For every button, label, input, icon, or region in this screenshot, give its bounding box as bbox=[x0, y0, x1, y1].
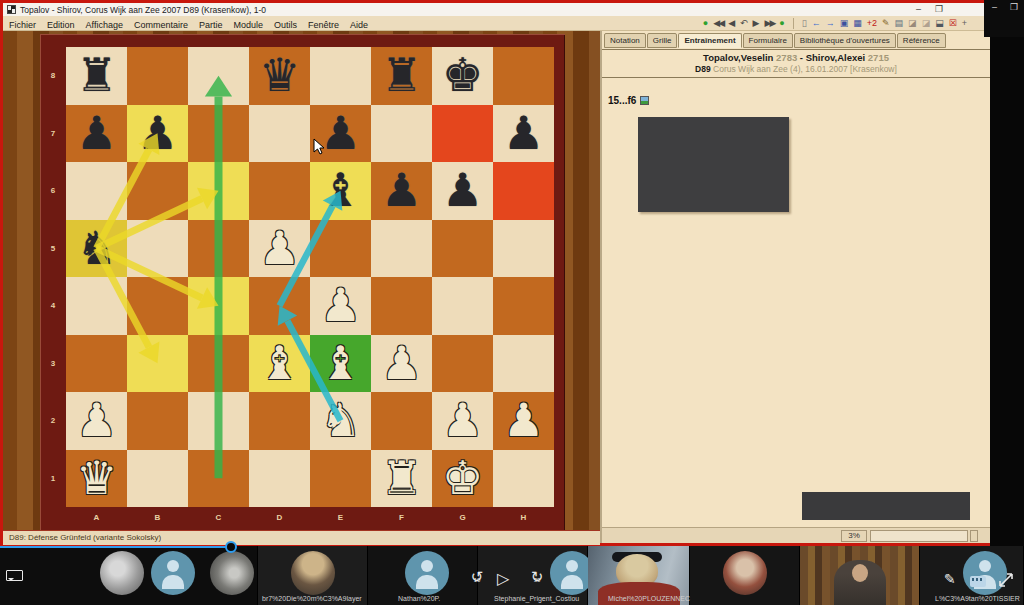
plus-icon[interactable]: + bbox=[962, 18, 967, 29]
square-c2[interactable] bbox=[188, 392, 249, 450]
white-pawn-f3: ♟ bbox=[371, 335, 432, 393]
black-rook-f8: ♜ bbox=[371, 47, 432, 105]
media-annotation-icon[interactable] bbox=[640, 96, 649, 105]
menu-affichage[interactable]: Affichage bbox=[86, 20, 123, 30]
player-restore-button[interactable]: ❐ bbox=[1010, 2, 1018, 12]
chess-board[interactable]: ♜♛♜♚♟♟♟♟♝♟♟♞♟♟♝♝♟♟♞♟♟♛♜♚ bbox=[66, 47, 554, 507]
timeline-handle[interactable] bbox=[225, 541, 237, 553]
video-player-app: Topalov - Shirov, Corus Wijk aan Zee 200… bbox=[0, 0, 1024, 605]
minimize-button[interactable]: – bbox=[916, 4, 921, 15]
panel-status-bar: 3% bbox=[602, 527, 992, 543]
rank-label-8: 8 bbox=[40, 47, 66, 105]
game-header: Topalov,Veselin 2783 - Shirov,Alexei 271… bbox=[602, 49, 990, 78]
white-pawn-d5: ♟ bbox=[249, 220, 310, 278]
square-e3[interactable]: ♝ bbox=[310, 335, 371, 393]
black-bishop-e6: ♝ bbox=[310, 162, 371, 220]
black-pawn-g6: ♟ bbox=[432, 162, 493, 220]
black-knight-a5: ♞ bbox=[66, 220, 127, 278]
black-king-g8: ♚ bbox=[432, 47, 493, 105]
square-h5[interactable] bbox=[493, 220, 554, 278]
rank-label-4: 4 bbox=[40, 277, 66, 335]
black-queen-d8: ♛ bbox=[249, 47, 310, 105]
board-panel: 87654321 ABCDEFGH ♜♛♜♚♟♟♟♟♝♟♟♞♟♟♝♝♟♟♞♟♟♛… bbox=[3, 31, 600, 531]
square-c7[interactable] bbox=[188, 105, 249, 163]
square-a1[interactable]: ♛ bbox=[66, 450, 127, 508]
black-pawn-h7: ♟ bbox=[493, 105, 554, 163]
file-label-h: H bbox=[493, 508, 554, 528]
notation-panel: NotationGrilleEntraînementFormulaireBibl… bbox=[600, 31, 990, 543]
rank-label-5: 5 bbox=[40, 220, 66, 278]
square-d1[interactable] bbox=[249, 450, 310, 508]
square-h7[interactable]: ♟ bbox=[493, 105, 554, 163]
white-king-g1: ♚ bbox=[432, 450, 493, 508]
square-h1[interactable] bbox=[493, 450, 554, 508]
square-a3[interactable] bbox=[66, 335, 127, 393]
progress-track bbox=[870, 530, 968, 542]
player-minimize-button[interactable]: – bbox=[992, 2, 997, 12]
square-a4[interactable] bbox=[66, 277, 127, 335]
letterbox-right bbox=[990, 0, 1024, 546]
participant-name: L%C3%A9tan%20TISSIER bbox=[935, 595, 1020, 602]
white-queen-a1: ♛ bbox=[66, 450, 127, 508]
delete-icon[interactable]: ☒ bbox=[949, 18, 957, 29]
menu-bar: FichierEditionAffichageCommentairePartie… bbox=[3, 16, 987, 31]
participant-name: Nathan%20P. bbox=[398, 595, 440, 602]
file-label-b: B bbox=[127, 508, 188, 528]
square-d3[interactable]: ♝ bbox=[249, 335, 310, 393]
square-e1[interactable] bbox=[310, 450, 371, 508]
black-elo: 2715 bbox=[868, 52, 889, 63]
square-a8[interactable]: ♜ bbox=[66, 47, 127, 105]
next-move-icon[interactable]: ▶ bbox=[753, 18, 760, 29]
white-knight-e2: ♞ bbox=[310, 392, 371, 450]
mouse-cursor bbox=[313, 138, 326, 156]
square-e5[interactable] bbox=[310, 220, 371, 278]
participant-tile[interactable]: Nathan%20P. bbox=[368, 546, 478, 605]
square-f4[interactable] bbox=[371, 277, 432, 335]
rank-label-3: 3 bbox=[40, 335, 66, 393]
white-pawn-h2: ♟ bbox=[493, 392, 554, 450]
black-pawn-f6: ♟ bbox=[371, 162, 432, 220]
participant-tile[interactable]: Michel%20PLOUZENNEC bbox=[690, 546, 800, 605]
file-label-g: G bbox=[432, 508, 493, 528]
square-d4[interactable] bbox=[249, 277, 310, 335]
square-a2[interactable]: ♟ bbox=[66, 392, 127, 450]
square-e4[interactable]: ♟ bbox=[310, 277, 371, 335]
white-player: Topalov,Veselin bbox=[703, 52, 773, 63]
square-c3[interactable] bbox=[188, 335, 249, 393]
square-e6[interactable]: ♝ bbox=[310, 162, 371, 220]
forward-arrow-icon[interactable]: → bbox=[826, 18, 835, 29]
rank-label-1: 1 bbox=[40, 450, 66, 508]
player-window-controls: – ❐ bbox=[984, 0, 1024, 37]
menu-partie[interactable]: Partie bbox=[199, 20, 223, 30]
file-label-c: C bbox=[188, 508, 249, 528]
avatar-photo-gray[interactable] bbox=[210, 551, 254, 595]
takeback-icon[interactable]: ↶ bbox=[740, 18, 748, 29]
play-button[interactable]: ▷ bbox=[497, 569, 509, 588]
participant-tile[interactable]: br7%20Die%20m%C3%A9layer bbox=[258, 546, 368, 605]
tab-entra-nement[interactable]: Entraînement bbox=[678, 33, 741, 48]
tab-grille[interactable]: Grille bbox=[647, 33, 678, 48]
participant-face bbox=[852, 564, 868, 582]
menu-aide[interactable]: Aide bbox=[350, 20, 368, 30]
back-arrow-icon[interactable]: ← bbox=[812, 18, 821, 29]
eraser-icon[interactable]: ◪ bbox=[908, 18, 917, 29]
video-overlay-box bbox=[638, 117, 789, 212]
square-g8[interactable]: ♚ bbox=[432, 47, 493, 105]
square-c5[interactable] bbox=[188, 220, 249, 278]
avatar-generic-1[interactable] bbox=[151, 551, 195, 595]
square-c8[interactable] bbox=[188, 47, 249, 105]
square-g3[interactable] bbox=[432, 335, 493, 393]
jump-back-icon[interactable]: ● bbox=[703, 18, 708, 29]
square-g4[interactable] bbox=[432, 277, 493, 335]
elo-plus2-icon[interactable]: +2 bbox=[867, 18, 877, 29]
square-c6[interactable] bbox=[188, 162, 249, 220]
square-b7[interactable]: ♟ bbox=[127, 105, 188, 163]
square-f7[interactable] bbox=[371, 105, 432, 163]
rank-label-7: 7 bbox=[40, 105, 66, 163]
menu-edition[interactable]: Edition bbox=[47, 20, 75, 30]
white-pawn-e4: ♟ bbox=[310, 277, 371, 335]
black-pawn-b7: ♟ bbox=[127, 105, 188, 163]
square-h8[interactable] bbox=[493, 47, 554, 105]
square-e2[interactable]: ♞ bbox=[310, 392, 371, 450]
square-b5[interactable] bbox=[127, 220, 188, 278]
square-d8[interactable]: ♛ bbox=[249, 47, 310, 105]
menu-fichier[interactable]: Fichier bbox=[9, 20, 36, 30]
file-label-a: A bbox=[66, 508, 127, 528]
progress-percent: 3% bbox=[841, 530, 867, 542]
expand-button[interactable] bbox=[998, 572, 1014, 588]
prev-move-icon[interactable]: ◀ bbox=[728, 18, 735, 29]
window-title: Topalov - Shirov, Corus Wijk aan Zee 200… bbox=[20, 5, 266, 15]
white-rook-f1: ♜ bbox=[371, 450, 432, 508]
chat-icon[interactable] bbox=[6, 570, 23, 581]
square-d2[interactable] bbox=[249, 392, 310, 450]
square-d6[interactable] bbox=[249, 162, 310, 220]
black-pawn-a7: ♟ bbox=[66, 105, 127, 163]
square-d7[interactable] bbox=[249, 105, 310, 163]
menu-fentre[interactable]: Fenêtre bbox=[308, 20, 339, 30]
square-f3[interactable]: ♟ bbox=[371, 335, 432, 393]
properties-icon[interactable]: ▤ bbox=[895, 18, 904, 29]
goto-first-icon[interactable]: ◀◀ bbox=[713, 18, 723, 29]
pencil-icon[interactable]: ✎ bbox=[882, 18, 890, 29]
avatar-logo[interactable] bbox=[100, 551, 144, 595]
camera-icon[interactable]: ⬓ bbox=[935, 18, 944, 29]
square-f1[interactable]: ♜ bbox=[371, 450, 432, 508]
square-b3[interactable] bbox=[127, 335, 188, 393]
participant-name: Michel%20PLOUZENNEC bbox=[608, 595, 690, 602]
square-a5[interactable]: ♞ bbox=[66, 220, 127, 278]
square-g1[interactable]: ♚ bbox=[432, 450, 493, 508]
avatar-generic-2[interactable] bbox=[405, 551, 449, 595]
square-d5[interactable]: ♟ bbox=[249, 220, 310, 278]
menu-outils[interactable]: Outils bbox=[274, 20, 297, 30]
opening-status-bar: D89: Défense Grünfeld (variante Sokolsky… bbox=[3, 530, 600, 545]
progress-end-cell bbox=[970, 530, 978, 542]
players-separator: - bbox=[800, 52, 803, 63]
file-label-f: F bbox=[371, 508, 432, 528]
white-pawn-a2: ♟ bbox=[66, 392, 127, 450]
file-labels: ABCDEFGH bbox=[66, 508, 554, 528]
square-f5[interactable] bbox=[371, 220, 432, 278]
square-e8[interactable] bbox=[310, 47, 371, 105]
tab-formulaire[interactable]: Formulaire bbox=[743, 33, 793, 48]
white-pawn-g2: ♟ bbox=[432, 392, 493, 450]
square-h4[interactable] bbox=[493, 277, 554, 335]
file-label-d: D bbox=[249, 508, 310, 528]
square-g5[interactable] bbox=[432, 220, 493, 278]
square-h2[interactable]: ♟ bbox=[493, 392, 554, 450]
keyboard-button[interactable] bbox=[970, 576, 986, 587]
video-overlay-box-small bbox=[802, 492, 970, 520]
annotate-pencil-button[interactable]: ✎ bbox=[944, 570, 956, 588]
square-g6[interactable]: ♟ bbox=[432, 162, 493, 220]
goto-last-icon[interactable]: ▶▶ bbox=[765, 18, 775, 29]
square-c4[interactable] bbox=[188, 277, 249, 335]
black-rook-a8: ♜ bbox=[66, 47, 127, 105]
game-info: Corus Wijk aan Zee (4), 16.01.2007 [Kras… bbox=[713, 64, 897, 74]
square-h3[interactable] bbox=[493, 335, 554, 393]
rank-label-6: 6 bbox=[40, 162, 66, 220]
tab-notation[interactable]: Notation bbox=[604, 33, 646, 48]
square-g2[interactable]: ♟ bbox=[432, 392, 493, 450]
square-b8[interactable] bbox=[127, 47, 188, 105]
square-b6[interactable] bbox=[127, 162, 188, 220]
white-bishop-d3: ♝ bbox=[249, 335, 310, 393]
square-h6[interactable] bbox=[493, 162, 554, 220]
file-label-e: E bbox=[310, 508, 371, 528]
new-document-icon[interactable]: ▯ bbox=[802, 18, 807, 29]
square-f2[interactable] bbox=[371, 392, 432, 450]
participant-strip: br7%20Die%20m%C3%A9layer Nathan%20P. Ste… bbox=[0, 546, 1024, 605]
avatar-photo-michel[interactable] bbox=[723, 551, 767, 595]
playback-timeline[interactable] bbox=[0, 546, 232, 548]
square-b4[interactable] bbox=[127, 277, 188, 335]
rank-label-2: 2 bbox=[40, 392, 66, 450]
eco-code: D89 bbox=[695, 64, 711, 74]
current-move[interactable]: 15...f6 bbox=[608, 95, 636, 106]
chessbase-window: Topalov - Shirov, Corus Wijk aan Zee 200… bbox=[0, 0, 990, 546]
participant-tile-group[interactable] bbox=[0, 546, 258, 605]
jump-forward-icon[interactable]: ● bbox=[779, 18, 784, 29]
save-icon[interactable]: ▣ bbox=[840, 18, 849, 29]
square-g7[interactable] bbox=[432, 105, 493, 163]
menu-module[interactable]: Module bbox=[233, 20, 263, 30]
square-c1[interactable] bbox=[188, 450, 249, 508]
square-f8[interactable]: ♜ bbox=[371, 47, 432, 105]
white-elo: 2783 bbox=[776, 52, 797, 63]
save-as-icon[interactable]: ▦ bbox=[853, 18, 862, 29]
tab-biblioth-que-d-ouvertures[interactable]: Bibliothèque d'ouvertures bbox=[794, 33, 896, 48]
tab-r-f-rence[interactable]: Référence bbox=[897, 33, 946, 48]
rank-labels: 87654321 bbox=[40, 47, 66, 507]
participant-name: Stephanie_Prigent_Costiou bbox=[494, 595, 579, 602]
menu-commentaire[interactable]: Commentaire bbox=[134, 20, 188, 30]
participant-video-tile[interactable] bbox=[800, 546, 920, 605]
square-a7[interactable]: ♟ bbox=[66, 105, 127, 163]
white-bishop-e3: ♝ bbox=[310, 335, 371, 393]
eraser2-icon[interactable]: ◪ bbox=[922, 18, 931, 29]
square-b1[interactable] bbox=[127, 450, 188, 508]
square-b2[interactable] bbox=[127, 392, 188, 450]
participant-name: br7%20Die%20m%C3%A9layer bbox=[262, 595, 362, 602]
forward-30-button[interactable]: ↻ 30 bbox=[526, 570, 548, 585]
rewind-10-button[interactable]: ↺ 10 bbox=[466, 570, 488, 585]
square-a6[interactable] bbox=[66, 162, 127, 220]
restore-button[interactable]: ❐ bbox=[935, 4, 943, 15]
avatar-photo-kid[interactable] bbox=[291, 551, 335, 595]
app-icon bbox=[7, 5, 16, 14]
square-f6[interactable]: ♟ bbox=[371, 162, 432, 220]
black-player: Shirov,Alexei bbox=[806, 52, 866, 63]
toolbar-separator bbox=[793, 18, 794, 29]
